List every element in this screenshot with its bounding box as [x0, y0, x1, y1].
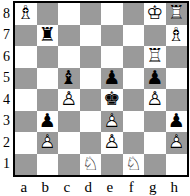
chess-diagram: 87654321 ♝♗♚♔♜♖♜♝♗♜♖♝♟♟♟♙♚♟♙♟♟♙♟♟♙♟♙♟♙♞♘…: [0, 0, 190, 196]
square-h3[interactable]: ♟: [166, 111, 188, 133]
square-h4[interactable]: [166, 89, 188, 111]
white-pawn-piece: ♟♙: [101, 111, 123, 133]
square-f2[interactable]: [123, 132, 145, 154]
square-f7[interactable]: [123, 25, 145, 47]
file-label-f: f: [121, 178, 143, 195]
square-b4[interactable]: [37, 89, 59, 111]
square-g4[interactable]: ♟♙: [144, 89, 166, 111]
square-h5[interactable]: [166, 68, 188, 90]
file-labels: abcdefgh: [13, 177, 189, 196]
square-e4[interactable]: ♚: [101, 89, 123, 111]
rank-label-1: 1: [0, 154, 13, 176]
square-b3[interactable]: ♟: [37, 111, 59, 133]
square-e8[interactable]: [101, 3, 123, 25]
white-knight-piece: ♞♘: [80, 154, 102, 176]
white-pawn-piece: ♟♙: [166, 132, 188, 154]
square-d2[interactable]: [80, 132, 102, 154]
square-b8[interactable]: [37, 3, 59, 25]
square-f6[interactable]: [123, 46, 145, 68]
square-c2[interactable]: [58, 132, 80, 154]
square-a7[interactable]: [15, 25, 37, 47]
square-d4[interactable]: [80, 89, 102, 111]
square-a6[interactable]: [15, 46, 37, 68]
white-pawn-piece: ♟♙: [37, 132, 59, 154]
square-h2[interactable]: ♟♙: [166, 132, 188, 154]
square-a3[interactable]: [15, 111, 37, 133]
square-c3[interactable]: [58, 111, 80, 133]
white-rook-piece: ♜♖: [166, 3, 188, 25]
square-b6[interactable]: [37, 46, 59, 68]
square-a1[interactable]: [15, 154, 37, 176]
square-c7[interactable]: [58, 25, 80, 47]
square-g8[interactable]: ♚♔: [144, 3, 166, 25]
rank-label-4: 4: [0, 89, 13, 111]
white-pawn-piece: ♟♙: [101, 132, 123, 154]
square-f5[interactable]: [123, 68, 145, 90]
rank-label-5: 5: [0, 68, 13, 90]
square-a4[interactable]: [15, 89, 37, 111]
rank-label-8: 8: [0, 3, 13, 25]
square-d6[interactable]: [80, 46, 102, 68]
black-pawn-piece: ♟: [101, 68, 123, 90]
square-f8[interactable]: [123, 3, 145, 25]
square-c6[interactable]: [58, 46, 80, 68]
square-c8[interactable]: [58, 3, 80, 25]
square-g1[interactable]: [144, 154, 166, 176]
rank-label-7: 7: [0, 25, 13, 47]
square-d1[interactable]: ♞♘: [80, 154, 102, 176]
file-label-a: a: [13, 178, 35, 195]
black-bishop-piece: ♝: [58, 68, 80, 90]
white-knight-piece: ♞♘: [123, 154, 145, 176]
square-g2[interactable]: [144, 132, 166, 154]
black-pawn-piece: ♟: [166, 111, 188, 133]
square-e6[interactable]: [101, 46, 123, 68]
white-pawn-piece: ♟♙: [58, 89, 80, 111]
square-a5[interactable]: [15, 68, 37, 90]
square-b7[interactable]: ♜: [37, 25, 59, 47]
square-e1[interactable]: [101, 154, 123, 176]
square-d8[interactable]: [80, 3, 102, 25]
square-g7[interactable]: [144, 25, 166, 47]
white-bishop-piece: ♝♗: [166, 25, 188, 47]
black-pawn-piece: ♟: [37, 111, 59, 133]
white-bishop-piece: ♝♗: [15, 3, 37, 25]
square-h1[interactable]: [166, 154, 188, 176]
rank-labels: 87654321: [0, 0, 13, 177]
rank-label-2: 2: [0, 132, 13, 154]
black-king-piece: ♚: [101, 89, 123, 111]
square-b2[interactable]: ♟♙: [37, 132, 59, 154]
file-label-b: b: [35, 178, 57, 195]
square-f3[interactable]: [123, 111, 145, 133]
square-g5[interactable]: ♟: [144, 68, 166, 90]
square-g3[interactable]: [144, 111, 166, 133]
square-e3[interactable]: ♟♙: [101, 111, 123, 133]
square-c1[interactable]: [58, 154, 80, 176]
square-d7[interactable]: [80, 25, 102, 47]
square-b5[interactable]: [37, 68, 59, 90]
square-c4[interactable]: ♟♙: [58, 89, 80, 111]
chess-board: ♝♗♚♔♜♖♜♝♗♜♖♝♟♟♟♙♚♟♙♟♟♙♟♟♙♟♙♟♙♞♘♞♘: [13, 1, 189, 177]
square-a8[interactable]: ♝♗: [15, 3, 37, 25]
rank-label-6: 6: [0, 46, 13, 68]
black-rook-piece: ♜: [37, 25, 59, 47]
square-d3[interactable]: [80, 111, 102, 133]
file-label-g: g: [142, 178, 164, 195]
square-g6[interactable]: ♜♖: [144, 46, 166, 68]
file-label-c: c: [56, 178, 78, 195]
square-d5[interactable]: [80, 68, 102, 90]
square-h6[interactable]: [166, 46, 188, 68]
square-b1[interactable]: [37, 154, 59, 176]
square-c5[interactable]: ♝: [58, 68, 80, 90]
square-a2[interactable]: [15, 132, 37, 154]
square-e2[interactable]: ♟♙: [101, 132, 123, 154]
square-e7[interactable]: [101, 25, 123, 47]
file-label-e: e: [99, 178, 121, 195]
square-f4[interactable]: [123, 89, 145, 111]
file-label-d: d: [78, 178, 100, 195]
square-f1[interactable]: ♞♘: [123, 154, 145, 176]
square-h7[interactable]: ♝♗: [166, 25, 188, 47]
square-e5[interactable]: ♟: [101, 68, 123, 90]
white-pawn-piece: ♟♙: [144, 89, 166, 111]
black-pawn-piece: ♟: [144, 68, 166, 90]
white-rook-piece: ♜♖: [144, 46, 166, 68]
square-h8[interactable]: ♜♖: [166, 3, 188, 25]
white-king-piece: ♚♔: [144, 3, 166, 25]
file-label-h: h: [164, 178, 186, 195]
rank-label-3: 3: [0, 111, 13, 133]
